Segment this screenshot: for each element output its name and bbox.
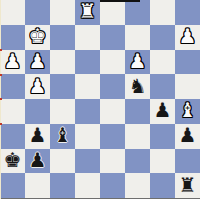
square-a2[interactable]: ♚ [0, 149, 25, 174]
square-a7[interactable] [0, 25, 25, 50]
white-pawn: ♟ [179, 26, 197, 46]
square-e6[interactable] [100, 50, 125, 75]
square-e1[interactable] [100, 173, 125, 198]
square-d1[interactable] [75, 173, 100, 198]
square-h8[interactable] [175, 0, 200, 25]
white-pawn: ♟ [29, 51, 47, 71]
square-h5[interactable] [175, 74, 200, 99]
black-rook: ♜ [179, 175, 197, 195]
black-pawn: ♟ [179, 125, 197, 145]
square-e5[interactable] [100, 74, 125, 99]
square-g6[interactable] [150, 50, 175, 75]
square-d4[interactable] [75, 99, 100, 124]
square-f3[interactable] [125, 124, 150, 149]
square-b3[interactable]: ♟ [25, 124, 50, 149]
square-a6[interactable]: ♟ [0, 50, 25, 75]
black-pawn: ♟ [29, 125, 47, 145]
square-c8[interactable] [50, 0, 75, 25]
square-e2[interactable] [100, 149, 125, 174]
square-g1[interactable] [150, 173, 175, 198]
square-c1[interactable] [50, 173, 75, 198]
square-d3[interactable] [75, 124, 100, 149]
left-edge-red-dot [0, 98, 2, 100]
square-b1[interactable] [25, 173, 50, 198]
square-h6[interactable] [175, 50, 200, 75]
square-d8[interactable]: ♜ [75, 0, 100, 25]
square-c6[interactable] [50, 50, 75, 75]
square-b8[interactable] [25, 0, 50, 25]
square-f4[interactable] [125, 99, 150, 124]
square-e4[interactable] [100, 99, 125, 124]
square-h1[interactable]: ♜ [175, 173, 200, 198]
white-bishop: ♝ [179, 100, 197, 120]
square-c3[interactable]: ♝ [50, 124, 75, 149]
square-a3[interactable] [0, 124, 25, 149]
square-e7[interactable] [100, 25, 125, 50]
square-g3[interactable] [150, 124, 175, 149]
white-pawn: ♟ [129, 51, 147, 71]
square-c5[interactable] [50, 74, 75, 99]
square-b7[interactable]: ♚ [25, 25, 50, 50]
square-e3[interactable] [100, 124, 125, 149]
black-king: ♚ [4, 150, 22, 170]
chess-board: ♜♚♟♟♟♟♟♞♟♝♟♝♟♚♟♜ [0, 0, 200, 199]
square-d2[interactable] [75, 149, 100, 174]
square-b5[interactable]: ♟ [25, 74, 50, 99]
square-c2[interactable] [50, 149, 75, 174]
white-rook: ♜ [79, 1, 97, 21]
square-a8[interactable] [0, 0, 25, 25]
black-knight: ♞ [129, 76, 147, 96]
square-f6[interactable]: ♟ [125, 50, 150, 75]
square-a5[interactable] [0, 74, 25, 99]
left-edge-red-dot [0, 74, 2, 76]
square-d6[interactable] [75, 50, 100, 75]
white-pawn: ♟ [4, 51, 22, 71]
white-king: ♚ [29, 26, 47, 46]
square-g2[interactable] [150, 149, 175, 174]
square-b6[interactable]: ♟ [25, 50, 50, 75]
black-pawn: ♟ [29, 150, 47, 170]
square-c4[interactable] [50, 99, 75, 124]
black-bishop: ♝ [54, 125, 72, 145]
white-pawn: ♟ [29, 76, 47, 96]
square-f5[interactable]: ♞ [125, 74, 150, 99]
square-d7[interactable] [75, 25, 100, 50]
square-d5[interactable] [75, 74, 100, 99]
black-pawn: ♟ [154, 100, 172, 120]
square-g5[interactable] [150, 74, 175, 99]
square-e8[interactable] [100, 0, 125, 25]
square-a4[interactable] [0, 99, 25, 124]
square-f1[interactable] [125, 173, 150, 198]
chessboard-screenshot: ♜♚♟♟♟♟♟♞♟♝♟♝♟♚♟♜ [0, 0, 200, 199]
square-f7[interactable] [125, 25, 150, 50]
square-h3[interactable]: ♟ [175, 124, 200, 149]
square-h4[interactable]: ♝ [175, 99, 200, 124]
top-edge-artifact [100, 0, 140, 2]
square-h7[interactable]: ♟ [175, 25, 200, 50]
square-b4[interactable] [25, 99, 50, 124]
square-g8[interactable] [150, 0, 175, 25]
square-h2[interactable] [175, 149, 200, 174]
left-edge-red-dot [0, 49, 2, 51]
square-c7[interactable] [50, 25, 75, 50]
square-b2[interactable]: ♟ [25, 149, 50, 174]
square-g7[interactable] [150, 25, 175, 50]
square-f8[interactable] [125, 0, 150, 25]
square-g4[interactable]: ♟ [150, 99, 175, 124]
square-f2[interactable] [125, 149, 150, 174]
square-a1[interactable] [0, 173, 25, 198]
left-edge-red-dot [0, 123, 2, 125]
